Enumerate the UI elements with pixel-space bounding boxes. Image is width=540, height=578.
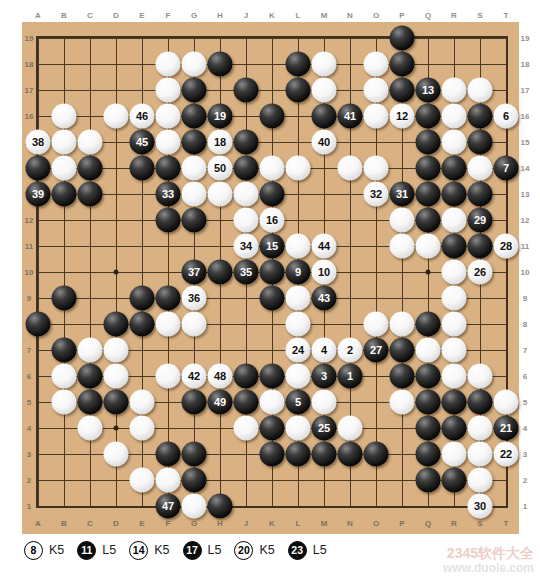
coordinate-label: 19 [521,34,530,43]
coordinate-label: R [451,519,457,528]
coordinate-label: H [217,11,223,20]
coordinate-label: 9 [523,294,527,303]
star-point [114,270,119,275]
white-stone-O17 [364,78,389,103]
caption-move-circle: 8 [24,541,43,560]
black-stone-H5: 49 [208,390,233,415]
black-stone-A8 [26,312,51,337]
coordinate-label: K [269,11,275,20]
white-stone-P5 [390,390,415,415]
caption-move-circle: 23 [288,541,307,560]
coordinate-label: 10 [25,268,34,277]
white-stone-M11: 44 [312,234,337,259]
move-number: 36 [188,293,200,304]
black-stone-K6 [260,364,285,389]
coordinate-label: D [113,519,119,528]
black-stone-M9: 43 [312,286,337,311]
move-number: 44 [318,241,330,252]
black-stone-O3 [364,442,389,467]
black-stone-S15 [468,130,493,155]
caption-item: 11L5 [77,541,116,560]
coordinate-label: 6 [27,372,31,381]
coordinate-label: 1 [27,502,31,511]
black-stone-B9 [52,286,77,311]
white-stone-G8 [182,312,207,337]
white-stone-F8 [156,312,181,337]
black-stone-L17 [286,78,311,103]
white-stone-C4 [78,416,103,441]
black-stone-J14 [234,156,259,181]
black-stone-P19 [390,26,415,51]
black-stone-Q15 [416,130,441,155]
coordinate-label: 18 [25,60,34,69]
coordinate-label: R [451,11,457,20]
move-number: 6 [503,111,509,122]
white-stone-E5 [130,390,155,415]
coordinate-label: Q [425,11,431,20]
coordinate-label: S [477,519,482,528]
caption-move-circle: 14 [129,541,148,560]
white-stone-P11 [390,234,415,259]
white-stone-J12 [234,208,259,233]
white-stone-S2 [468,468,493,493]
coordinate-label: Q [425,519,431,528]
white-stone-Q11 [416,234,441,259]
coordinate-label: 6 [523,372,527,381]
white-stone-L4 [286,416,311,441]
black-stone-J15 [234,130,259,155]
black-stone-N3 [338,442,363,467]
black-stone-E15: 45 [130,130,155,155]
white-stone-D7 [104,338,129,363]
black-stone-N16: 41 [338,104,363,129]
black-stone-G15 [182,130,207,155]
white-stone-F2 [156,468,181,493]
white-stone-O8 [364,312,389,337]
move-number: 10 [318,267,330,278]
white-stone-T3: 22 [494,442,519,467]
white-stone-R7 [442,338,467,363]
white-stone-A15: 38 [26,130,51,155]
move-number: 40 [318,137,330,148]
coordinate-label: 12 [521,216,530,225]
white-stone-E2 [130,468,155,493]
black-stone-S5 [468,390,493,415]
coordinate-label: E [139,11,144,20]
white-stone-F17 [156,78,181,103]
white-stone-R17 [442,78,467,103]
caption-item: 20K5 [234,541,274,560]
star-point [426,270,431,275]
black-stone-L18 [286,52,311,77]
watermark-line1: 2345软件大全 [443,546,534,561]
black-stone-R14 [442,156,467,181]
move-number: 31 [396,189,408,200]
black-stone-Q8 [416,312,441,337]
black-stone-N6: 1 [338,364,363,389]
black-stone-Q13 [416,182,441,207]
white-stone-R10 [442,260,467,285]
coordinate-label: T [504,519,509,528]
black-stone-B13 [52,182,77,207]
move-number: 2 [347,345,353,356]
white-stone-M7: 4 [312,338,337,363]
white-stone-G1 [182,494,207,519]
move-number: 13 [422,85,434,96]
white-stone-K5 [260,390,285,415]
coordinate-label: A [35,519,41,528]
white-stone-H15: 18 [208,130,233,155]
black-stone-S13 [468,182,493,207]
coordinate-label: 7 [27,346,31,355]
black-stone-G12 [182,208,207,233]
black-stone-C6 [78,364,103,389]
move-number: 22 [500,449,512,460]
white-stone-N7: 2 [338,338,363,363]
white-stone-H14: 50 [208,156,233,181]
black-stone-K13 [260,182,285,207]
black-stone-P7 [390,338,415,363]
move-number: 25 [318,423,330,434]
coordinate-label: B [61,11,67,20]
coordinate-label: 18 [521,60,530,69]
black-stone-P18 [390,52,415,77]
coordinate-label: G [191,11,197,20]
black-stone-C5 [78,390,103,415]
black-stone-Q5 [416,390,441,415]
white-stone-O13: 32 [364,182,389,207]
white-stone-G9: 36 [182,286,207,311]
white-stone-S17 [468,78,493,103]
move-caption: 8K511L514K517L520K523L5 [24,537,340,563]
caption-point-label: L5 [313,543,327,557]
white-stone-P12 [390,208,415,233]
black-stone-O7: 27 [364,338,389,363]
black-stone-G16 [182,104,207,129]
watermark: 2345软件大全 www.duole.com [443,546,534,575]
white-stone-D16 [104,104,129,129]
move-number: 39 [32,189,44,200]
move-number: 46 [136,111,148,122]
white-stone-L14 [286,156,311,181]
white-stone-T5 [494,390,519,415]
black-stone-F1: 47 [156,494,181,519]
black-stone-H1 [208,494,233,519]
coordinate-label: 11 [521,242,529,251]
white-stone-F15 [156,130,181,155]
black-stone-T4: 21 [494,416,519,441]
black-stone-K3 [260,442,285,467]
black-stone-D5 [104,390,129,415]
white-stone-L7: 24 [286,338,311,363]
white-stone-K14 [260,156,285,181]
move-number: 41 [344,111,356,122]
black-stone-J5 [234,390,259,415]
black-stone-G2 [182,468,207,493]
black-stone-Q2 [416,468,441,493]
black-stone-J17 [234,78,259,103]
white-stone-M18 [312,52,337,77]
move-number: 4 [321,345,327,356]
black-stone-E8 [130,312,155,337]
white-stone-L9 [286,286,311,311]
white-stone-B15 [52,130,77,155]
black-stone-Q6 [416,364,441,389]
coordinate-label: 4 [523,424,527,433]
move-number: 7 [503,163,509,174]
move-number: 30 [474,501,486,512]
white-stone-O18 [364,52,389,77]
coordinate-label: 1 [523,502,527,511]
coordinate-label: O [373,11,379,20]
white-stone-M10: 10 [312,260,337,285]
move-number: 21 [500,423,512,434]
black-stone-P17 [390,78,415,103]
coordinate-label: B [61,519,67,528]
white-stone-R6 [442,364,467,389]
white-stone-R8 [442,312,467,337]
coordinate-label: 11 [25,242,33,251]
coordinate-label: 19 [25,34,34,43]
white-stone-S4 [468,416,493,441]
white-stone-O16 [364,104,389,129]
white-stone-P8 [390,312,415,337]
move-number: 24 [292,345,304,356]
coordinate-label: 17 [25,86,34,95]
coordinate-label: 12 [25,216,34,225]
black-stone-P13: 31 [390,182,415,207]
black-stone-Q4 [416,416,441,441]
coordinate-label: N [347,519,353,528]
white-stone-S14 [468,156,493,181]
black-stone-F9 [156,286,181,311]
white-stone-T11: 28 [494,234,519,259]
black-stone-H16: 19 [208,104,233,129]
black-stone-R11 [442,234,467,259]
coordinate-label: 2 [27,476,31,485]
white-stone-M17 [312,78,337,103]
black-stone-J10: 35 [234,260,259,285]
white-stone-O14 [364,156,389,181]
black-stone-F3 [156,442,181,467]
black-stone-P6 [390,364,415,389]
white-stone-L6 [286,364,311,389]
black-stone-K16 [260,104,285,129]
white-stone-R12 [442,208,467,233]
white-stone-M15: 40 [312,130,337,155]
black-stone-R2 [442,468,467,493]
coordinate-label: D [113,11,119,20]
black-stone-K11: 15 [260,234,285,259]
white-stone-C15 [78,130,103,155]
coordinate-label: O [373,519,379,528]
white-stone-G13 [182,182,207,207]
caption-point-label: L5 [102,543,116,557]
black-stone-Q17: 13 [416,78,441,103]
move-number: 1 [347,371,353,382]
caption-point-label: K5 [154,543,169,557]
caption-item: 8K5 [24,541,64,560]
move-number: 32 [370,189,382,200]
black-stone-M3 [312,442,337,467]
move-number: 50 [214,163,226,174]
black-stone-C14 [78,156,103,181]
white-stone-G18 [182,52,207,77]
caption-item: 23L5 [288,541,327,560]
black-stone-F14 [156,156,181,181]
coordinate-label: M [321,11,328,20]
black-stone-G17 [182,78,207,103]
watermark-line2: www.duole.com [443,562,534,575]
black-stone-R5 [442,390,467,415]
white-stone-B14 [52,156,77,181]
black-stone-G3 [182,442,207,467]
black-stone-K4 [260,416,285,441]
black-stone-M16 [312,104,337,129]
coordinate-label: 9 [27,294,31,303]
white-stone-R15 [442,130,467,155]
caption-point-label: K5 [259,543,274,557]
move-number: 48 [214,371,226,382]
coordinate-label: A [35,11,41,20]
black-stone-J6 [234,364,259,389]
coordinate-label: T [504,11,509,20]
white-stone-N4 [338,416,363,441]
coordinate-label: L [296,11,301,20]
move-number: 19 [214,111,226,122]
white-stone-M5 [312,390,337,415]
move-number: 37 [188,267,200,278]
black-stone-A13: 39 [26,182,51,207]
move-number: 49 [214,397,226,408]
black-stone-L10: 9 [286,260,311,285]
move-number: 9 [295,267,301,278]
coordinate-label: K [269,519,275,528]
coordinate-label: 4 [27,424,31,433]
move-number: 12 [396,111,408,122]
white-stone-R16 [442,104,467,129]
white-stone-C7 [78,338,103,363]
black-stone-F12 [156,208,181,233]
black-stone-Q14 [416,156,441,181]
coordinate-label: F [166,11,171,20]
coordinate-label: P [399,519,404,528]
black-stone-M6: 3 [312,364,337,389]
white-stone-J11: 34 [234,234,259,259]
black-stone-G5 [182,390,207,415]
move-number: 3 [321,371,327,382]
coordinate-label: E [139,519,144,528]
black-stone-G10: 37 [182,260,207,285]
coordinate-label: J [244,519,248,528]
coordinate-label: 3 [27,450,31,459]
star-point [114,426,119,431]
black-stone-B7 [52,338,77,363]
caption-item: 14K5 [129,541,169,560]
white-stone-H6: 48 [208,364,233,389]
coordinate-label: 2 [523,476,527,485]
coordinate-label: H [217,519,223,528]
coordinate-label: 16 [25,112,34,121]
caption-move-circle: 17 [183,541,202,560]
coordinate-label: 8 [523,320,527,329]
white-stone-R9 [442,286,467,311]
coordinate-label: C [87,519,93,528]
white-stone-B5 [52,390,77,415]
black-stone-D8 [104,312,129,337]
caption-point-label: K5 [49,543,64,557]
move-number: 42 [188,371,200,382]
white-stone-B16 [52,104,77,129]
black-stone-R13 [442,182,467,207]
white-stone-L11 [286,234,311,259]
move-number: 28 [500,241,512,252]
coordinate-label: S [477,11,482,20]
white-stone-G6: 42 [182,364,207,389]
white-stone-S10: 26 [468,260,493,285]
move-number: 35 [240,267,252,278]
black-stone-F13: 33 [156,182,181,207]
black-stone-K10 [260,260,285,285]
black-stone-M4: 25 [312,416,337,441]
coordinate-label: N [347,11,353,20]
move-number: 15 [266,241,278,252]
coordinate-label: C [87,11,93,20]
coordinate-label: 5 [523,398,527,407]
black-stone-L5: 5 [286,390,311,415]
white-stone-F16 [156,104,181,129]
caption-point-label: L5 [208,543,222,557]
black-stone-L3 [286,442,311,467]
black-stone-E14 [130,156,155,181]
side-watermark: www.duole.com [515,90,526,160]
white-stone-G14 [182,156,207,181]
coordinate-label: 13 [521,190,530,199]
coordinate-label: F [166,519,171,528]
white-stone-D3 [104,442,129,467]
white-stone-P16: 12 [390,104,415,129]
white-stone-L8 [286,312,311,337]
white-stone-R3 [442,442,467,467]
move-number: 26 [474,267,486,278]
white-stone-E4 [130,416,155,441]
black-stone-H10 [208,260,233,285]
caption-item: 17L5 [183,541,222,560]
white-stone-N14 [338,156,363,181]
white-stone-F6 [156,364,181,389]
move-number: 34 [240,241,252,252]
black-stone-R4 [442,416,467,441]
black-stone-Q12 [416,208,441,233]
white-stone-B6 [52,364,77,389]
black-stone-S16 [468,104,493,129]
coordinate-label: L [296,519,301,528]
white-stone-S6 [468,364,493,389]
white-stone-K12: 16 [260,208,285,233]
move-number: 47 [162,501,174,512]
move-number: 16 [266,215,278,226]
white-stone-F18 [156,52,181,77]
white-stone-H13 [208,182,233,207]
black-stone-Q16 [416,104,441,129]
coordinate-label: 3 [523,450,527,459]
move-number: 27 [370,345,382,356]
black-stone-A14 [26,156,51,181]
move-number: 43 [318,293,330,304]
caption-move-circle: 20 [234,541,253,560]
black-stone-S12: 29 [468,208,493,233]
white-stone-D6 [104,364,129,389]
